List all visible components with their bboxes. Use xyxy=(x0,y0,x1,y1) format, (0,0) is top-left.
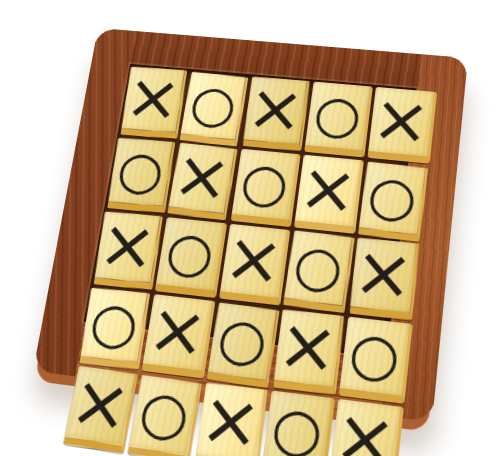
o-mark: ○ xyxy=(290,235,347,296)
tile-grid: ×○×○×○×○×○×○×○×○×○×○×○×○× xyxy=(87,66,413,353)
x-mark: × xyxy=(121,66,185,132)
tile-r3c2[interactable]: ○ xyxy=(155,217,227,298)
tile-r1c5[interactable]: × xyxy=(368,87,437,164)
tile-r5c4[interactable]: ○ xyxy=(261,390,336,456)
tile-r5c3[interactable]: × xyxy=(194,382,268,456)
o-mark: ○ xyxy=(162,222,218,281)
o-mark: ○ xyxy=(311,86,365,141)
tile-r3c1[interactable]: × xyxy=(93,211,163,290)
o-mark: ○ xyxy=(114,142,168,197)
tile-r5c1[interactable]: × xyxy=(63,365,139,453)
x-mark: × xyxy=(196,381,265,456)
x-mark: × xyxy=(295,154,361,226)
o-mark: ○ xyxy=(237,154,292,211)
x-mark: × xyxy=(330,398,400,456)
x-mark: × xyxy=(65,364,136,444)
game-board: ×○×○×○×○×○×○×○×○×○×○×○×○× xyxy=(33,28,468,422)
tile-r4c5[interactable]: ○ xyxy=(339,317,412,404)
x-mark: × xyxy=(350,237,417,312)
product-photo: ×○×○×○×○×○×○×○×○×○×○×○×○× xyxy=(0,0,500,456)
tile-r3c4[interactable]: ○ xyxy=(283,230,356,314)
o-mark: ○ xyxy=(135,380,194,445)
tile-r2c1[interactable]: ○ xyxy=(107,138,176,214)
o-mark: ○ xyxy=(86,293,142,353)
tile-r2c4[interactable]: × xyxy=(294,155,364,234)
tile-r1c2[interactable]: ○ xyxy=(179,72,249,147)
tile-r1c1[interactable]: × xyxy=(120,66,188,139)
tile-r5c5[interactable]: × xyxy=(329,399,404,456)
x-mark: × xyxy=(169,141,236,212)
tile-r2c5[interactable]: ○ xyxy=(358,161,429,242)
x-mark: × xyxy=(369,86,434,155)
o-mark: ○ xyxy=(365,166,421,225)
o-mark: ○ xyxy=(187,76,242,131)
tile-r3c5[interactable]: × xyxy=(349,238,420,321)
o-mark: ○ xyxy=(268,396,326,456)
tile-r4c2[interactable]: × xyxy=(142,294,215,378)
tile-r4c4[interactable]: × xyxy=(273,309,345,395)
x-mark: × xyxy=(220,223,287,297)
tile-r5c2[interactable]: ○ xyxy=(128,375,204,456)
x-mark: × xyxy=(243,76,307,143)
tile-r1c4[interactable]: ○ xyxy=(304,82,373,158)
board-tray: ×○×○×○×○×○×○×○×○×○×○×○×○× xyxy=(84,64,417,358)
x-mark: × xyxy=(143,293,212,369)
tile-r4c1[interactable]: ○ xyxy=(79,287,151,369)
x-mark: × xyxy=(95,210,161,281)
tile-r3c3[interactable]: × xyxy=(219,224,291,306)
x-mark: × xyxy=(274,308,342,385)
o-mark: ○ xyxy=(346,322,403,386)
tile-r1c3[interactable]: × xyxy=(242,77,310,152)
o-mark: ○ xyxy=(213,307,271,370)
tile-r2c3[interactable]: ○ xyxy=(230,149,300,227)
tile-r2c2[interactable]: × xyxy=(167,142,239,221)
